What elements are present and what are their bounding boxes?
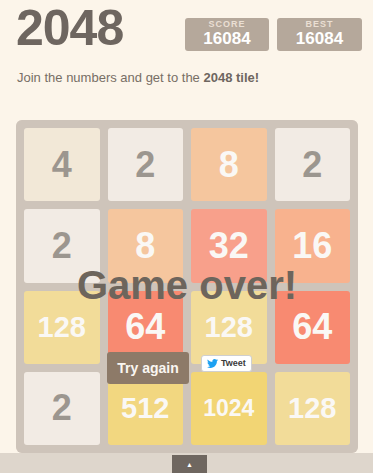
tweet-button-label: Tweet <box>221 359 246 368</box>
up-caret-icon: ▲ <box>186 461 193 468</box>
subtitle-goal: 2048 tile! <box>203 70 259 85</box>
twitter-bird-icon <box>207 358 218 369</box>
best-value: 16084 <box>296 30 343 49</box>
try-again-button[interactable]: Try again <box>107 352 189 384</box>
video-controls-bar: ▲ <box>0 453 373 473</box>
score-box: SCORE 16084 <box>185 18 269 51</box>
game-board: 4282283216128641286425121024128 Game ove… <box>16 120 358 453</box>
score-value: 16084 <box>203 30 250 49</box>
app-2048: 2048 SCORE 16084 BEST 16084 Join the num… <box>0 0 373 473</box>
best-box: BEST 16084 <box>277 18 362 51</box>
game-over-message: Game over! <box>16 263 358 308</box>
subtitle: Join the numbers and get to the 2048 til… <box>17 70 259 85</box>
show-controls-button[interactable]: ▲ <box>172 455 207 473</box>
game-over-overlay: Game over! Try again Tweet <box>16 120 358 453</box>
tweet-button[interactable]: Tweet <box>201 355 252 372</box>
subtitle-text: Join the numbers and get to the <box>17 70 203 85</box>
page-title: 2048 <box>16 2 123 55</box>
